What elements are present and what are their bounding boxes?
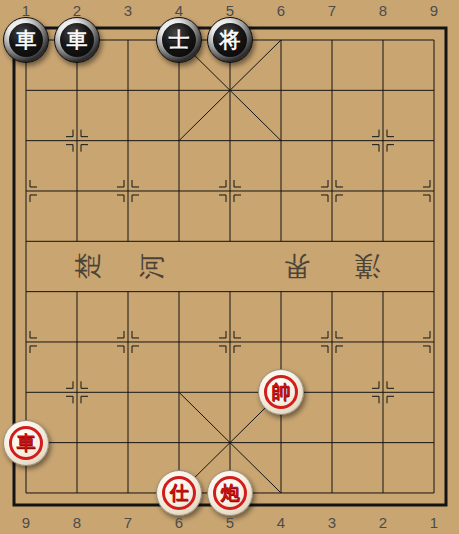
river-text-left: 楚 bbox=[68, 244, 108, 288]
black-general-glyph: 将 bbox=[213, 23, 247, 57]
red-chariot[interactable]: 車 bbox=[3, 420, 49, 466]
black-chariot-b-glyph: 車 bbox=[60, 23, 94, 57]
bottom-coordinates: 987654321 bbox=[0, 514, 459, 532]
red-advisor[interactable]: 仕 bbox=[156, 470, 202, 516]
black-general[interactable]: 将 bbox=[207, 17, 253, 63]
river-text-right: 界 bbox=[275, 246, 319, 286]
black-chariot-a[interactable]: 車 bbox=[3, 17, 49, 63]
bottom-coordinate-8: 8 bbox=[62, 514, 92, 532]
red-advisor-glyph: 仕 bbox=[162, 476, 196, 510]
bottom-coordinate-5: 5 bbox=[215, 514, 245, 532]
bottom-coordinate-2: 2 bbox=[368, 514, 398, 532]
black-advisor-glyph: 士 bbox=[162, 23, 196, 57]
bottom-coordinate-7: 7 bbox=[113, 514, 143, 532]
river-text-right: 漢 bbox=[345, 246, 389, 286]
xiangqi-app: 123456789 楚河界漢 車車士将帥車仕炮 987654321 bbox=[0, 0, 459, 534]
black-chariot-b[interactable]: 車 bbox=[54, 17, 100, 63]
river-text-left: 河 bbox=[132, 244, 172, 288]
red-cannon[interactable]: 炮 bbox=[207, 470, 253, 516]
bottom-coordinate-9: 9 bbox=[11, 514, 41, 532]
bottom-coordinate-3: 3 bbox=[317, 514, 347, 532]
red-cannon-glyph: 炮 bbox=[213, 476, 247, 510]
red-general-glyph: 帥 bbox=[264, 375, 298, 409]
red-general[interactable]: 帥 bbox=[258, 369, 304, 415]
bottom-coordinate-4: 4 bbox=[266, 514, 296, 532]
red-chariot-glyph: 車 bbox=[9, 426, 43, 460]
black-advisor[interactable]: 士 bbox=[156, 17, 202, 63]
bottom-coordinate-6: 6 bbox=[164, 514, 194, 532]
black-chariot-a-glyph: 車 bbox=[9, 23, 43, 57]
bottom-coordinate-1: 1 bbox=[419, 514, 449, 532]
